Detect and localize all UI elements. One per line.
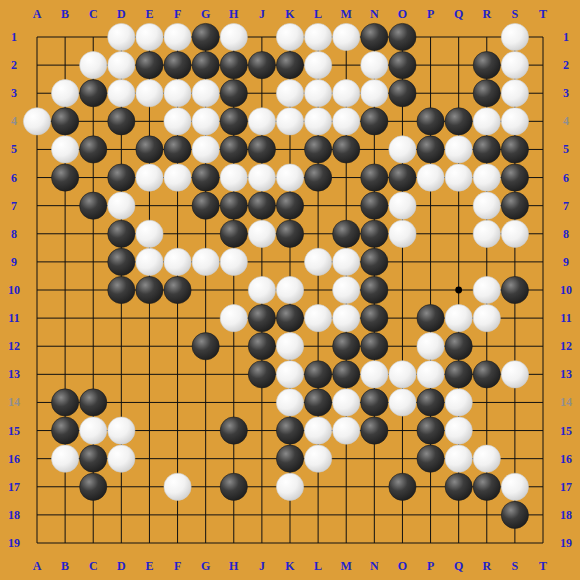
column-label-top: F	[174, 7, 181, 21]
column-label-top: M	[341, 7, 352, 21]
row-label-left: 10	[8, 283, 20, 297]
column-label-bottom: R	[482, 559, 491, 573]
column-label-bottom: K	[285, 559, 295, 573]
column-label-top: G	[201, 7, 210, 21]
column-label-top: E	[145, 7, 153, 21]
stone-white	[276, 361, 303, 388]
row-label-right: 16	[560, 452, 572, 466]
stone-black	[361, 248, 388, 275]
stone-black	[417, 108, 444, 135]
column-label-top: N	[370, 7, 379, 21]
row-label-right: 13	[560, 367, 572, 381]
row-label-right: 3	[563, 86, 569, 100]
stone-black	[220, 220, 247, 247]
row-label-right: 17	[560, 480, 572, 494]
stone-black	[389, 23, 416, 50]
column-label-bottom: Q	[454, 559, 463, 573]
stone-black	[220, 52, 247, 79]
stone-black	[248, 52, 275, 79]
stone-white	[501, 23, 528, 50]
stone-black	[473, 80, 500, 107]
stone-white	[108, 417, 135, 444]
stone-white	[417, 333, 444, 360]
column-label-bottom: C	[89, 559, 98, 573]
stone-black	[52, 389, 79, 416]
stone-black	[417, 305, 444, 332]
stone-white	[248, 164, 275, 191]
stone-black	[361, 220, 388, 247]
stone-black	[52, 164, 79, 191]
stone-white	[445, 389, 472, 416]
stone-white	[164, 80, 191, 107]
row-label-left: 11	[8, 311, 19, 325]
stone-black	[501, 192, 528, 219]
stone-white	[108, 192, 135, 219]
stone-white	[445, 305, 472, 332]
column-label-bottom: S	[512, 559, 519, 573]
column-label-bottom: T	[539, 559, 547, 573]
stone-black	[361, 417, 388, 444]
stone-black	[333, 333, 360, 360]
stone-white	[333, 305, 360, 332]
stone-white	[473, 108, 500, 135]
row-label-left: 8	[11, 227, 17, 241]
stone-black	[220, 192, 247, 219]
stone-black	[473, 473, 500, 500]
stone-black	[136, 276, 163, 303]
stone-black	[80, 445, 107, 472]
stone-black	[108, 220, 135, 247]
column-label-top: O	[398, 7, 407, 21]
stone-black	[136, 52, 163, 79]
stone-white	[220, 248, 247, 275]
column-label-bottom: N	[370, 559, 379, 573]
stone-black	[361, 23, 388, 50]
row-label-left: 4	[11, 114, 17, 128]
stone-white	[248, 108, 275, 135]
row-label-right: 5	[563, 142, 569, 156]
column-label-top: B	[61, 7, 69, 21]
go-board-surface[interactable]: AABBCCDDEEFFGGHHJJKKLLMMNNOOPPQQRRSSTT11…	[0, 0, 580, 580]
column-label-top: K	[285, 7, 295, 21]
stone-white	[192, 80, 219, 107]
row-label-left: 12	[8, 339, 20, 353]
stone-white	[276, 164, 303, 191]
stone-black	[220, 473, 247, 500]
stone-black	[108, 276, 135, 303]
stone-white	[305, 305, 332, 332]
stone-white	[276, 473, 303, 500]
stone-white	[417, 164, 444, 191]
stone-black	[192, 164, 219, 191]
stone-black	[501, 501, 528, 528]
column-label-bottom: J	[259, 559, 265, 573]
stone-white	[80, 417, 107, 444]
column-label-top: J	[259, 7, 265, 21]
stone-white	[80, 52, 107, 79]
stone-white	[473, 276, 500, 303]
stone-white	[501, 108, 528, 135]
row-label-left: 7	[11, 199, 17, 213]
stone-white	[276, 80, 303, 107]
stone-black	[501, 164, 528, 191]
stone-white	[333, 80, 360, 107]
stone-black	[80, 136, 107, 163]
stone-black	[192, 52, 219, 79]
row-label-right: 19	[560, 536, 572, 550]
stone-white	[333, 248, 360, 275]
stone-black	[361, 164, 388, 191]
star-point-marker	[455, 287, 462, 294]
stone-white	[164, 473, 191, 500]
stone-white	[501, 52, 528, 79]
stone-white	[361, 361, 388, 388]
stone-black	[501, 136, 528, 163]
stone-black	[501, 276, 528, 303]
stone-black	[276, 52, 303, 79]
stone-white	[136, 248, 163, 275]
column-label-bottom: G	[201, 559, 210, 573]
stone-white	[389, 361, 416, 388]
stone-white	[417, 361, 444, 388]
stone-white	[192, 136, 219, 163]
stone-white	[248, 276, 275, 303]
stone-black	[220, 417, 247, 444]
row-label-right: 15	[560, 424, 572, 438]
stone-black	[276, 445, 303, 472]
stone-white	[164, 23, 191, 50]
stone-black	[164, 52, 191, 79]
stone-white	[473, 305, 500, 332]
stone-white	[389, 192, 416, 219]
stone-black	[305, 389, 332, 416]
stone-black	[333, 220, 360, 247]
stone-white	[220, 305, 247, 332]
row-label-right: 1	[563, 30, 569, 44]
stone-white	[220, 164, 247, 191]
row-label-left: 2	[11, 58, 17, 72]
stone-black	[248, 136, 275, 163]
stone-white	[192, 248, 219, 275]
stone-white	[23, 108, 50, 135]
stone-black	[164, 276, 191, 303]
stone-black	[445, 361, 472, 388]
stone-white	[501, 220, 528, 247]
stone-black	[389, 473, 416, 500]
stone-black	[361, 192, 388, 219]
stone-white	[333, 389, 360, 416]
row-label-left: 18	[8, 508, 20, 522]
stone-white	[445, 164, 472, 191]
stone-white	[220, 23, 247, 50]
go-board[interactable]: AABBCCDDEEFFGGHHJJKKLLMMNNOOPPQQRRSSTT11…	[0, 0, 580, 580]
stone-white	[248, 220, 275, 247]
column-label-bottom: O	[398, 559, 407, 573]
stone-black	[108, 108, 135, 135]
column-label-top: S	[512, 7, 519, 21]
row-label-right: 10	[560, 283, 572, 297]
stone-white	[305, 417, 332, 444]
stone-white	[164, 164, 191, 191]
row-label-right: 2	[563, 58, 569, 72]
stone-white	[445, 445, 472, 472]
stone-black	[276, 417, 303, 444]
stone-black	[52, 108, 79, 135]
column-label-top: R	[482, 7, 491, 21]
stone-black	[220, 80, 247, 107]
row-label-right: 12	[560, 339, 572, 353]
column-label-top: Q	[454, 7, 463, 21]
stone-white	[445, 417, 472, 444]
row-label-right: 9	[563, 255, 569, 269]
row-label-left: 14	[8, 395, 20, 409]
column-label-top: D	[117, 7, 126, 21]
stone-white	[52, 80, 79, 107]
stone-black	[80, 389, 107, 416]
stone-white	[136, 220, 163, 247]
row-label-left: 15	[8, 424, 20, 438]
stone-white	[501, 80, 528, 107]
stone-white	[361, 80, 388, 107]
stone-white	[473, 164, 500, 191]
column-label-bottom: P	[427, 559, 434, 573]
stone-black	[248, 361, 275, 388]
stone-white	[305, 445, 332, 472]
stone-white	[473, 445, 500, 472]
stone-black	[417, 136, 444, 163]
stone-white	[445, 136, 472, 163]
stone-white	[276, 23, 303, 50]
stone-white	[389, 136, 416, 163]
stone-white	[108, 23, 135, 50]
stone-white	[108, 445, 135, 472]
stone-black	[445, 473, 472, 500]
stone-black	[164, 136, 191, 163]
stone-black	[80, 192, 107, 219]
stone-black	[389, 164, 416, 191]
stone-white	[276, 333, 303, 360]
row-label-left: 3	[11, 86, 17, 100]
column-label-top: L	[314, 7, 322, 21]
stone-black	[248, 333, 275, 360]
stone-black	[192, 192, 219, 219]
stone-white	[164, 108, 191, 135]
row-label-right: 8	[563, 227, 569, 241]
stone-white	[473, 192, 500, 219]
row-label-left: 16	[8, 452, 20, 466]
stone-white	[52, 136, 79, 163]
stone-white	[305, 108, 332, 135]
stone-black	[136, 136, 163, 163]
stone-black	[52, 417, 79, 444]
column-label-top: T	[539, 7, 547, 21]
stone-black	[473, 52, 500, 79]
row-label-left: 1	[11, 30, 17, 44]
stone-white	[389, 220, 416, 247]
stone-white	[389, 389, 416, 416]
stone-white	[164, 248, 191, 275]
row-label-left: 17	[8, 480, 20, 494]
stone-black	[305, 361, 332, 388]
stone-black	[276, 305, 303, 332]
stone-white	[305, 23, 332, 50]
stone-black	[333, 361, 360, 388]
row-label-right: 18	[560, 508, 572, 522]
stone-black	[389, 80, 416, 107]
stone-black	[333, 136, 360, 163]
row-label-left: 9	[11, 255, 17, 269]
stone-black	[473, 361, 500, 388]
stone-white	[52, 445, 79, 472]
stone-black	[361, 305, 388, 332]
row-label-right: 4	[563, 114, 569, 128]
stone-white	[192, 108, 219, 135]
stone-white	[473, 220, 500, 247]
stone-white	[361, 52, 388, 79]
row-label-right: 11	[560, 311, 571, 325]
stone-white	[136, 23, 163, 50]
stone-black	[108, 248, 135, 275]
stone-black	[305, 164, 332, 191]
column-label-top: H	[229, 7, 239, 21]
stone-white	[305, 248, 332, 275]
column-label-bottom: F	[174, 559, 181, 573]
column-label-bottom: B	[61, 559, 69, 573]
stone-black	[108, 164, 135, 191]
stone-white	[333, 23, 360, 50]
column-label-bottom: A	[33, 559, 42, 573]
stone-white	[501, 473, 528, 500]
row-label-left: 5	[11, 142, 17, 156]
column-label-bottom: L	[314, 559, 322, 573]
row-label-right: 7	[563, 199, 569, 213]
stone-black	[389, 52, 416, 79]
row-label-right: 14	[560, 395, 572, 409]
row-label-left: 13	[8, 367, 20, 381]
stone-white	[136, 164, 163, 191]
stone-white	[333, 108, 360, 135]
stone-black	[248, 192, 275, 219]
row-label-left: 19	[8, 536, 20, 550]
stone-black	[445, 108, 472, 135]
stone-black	[305, 136, 332, 163]
stone-black	[220, 136, 247, 163]
stone-black	[361, 276, 388, 303]
stone-black	[192, 333, 219, 360]
stone-black	[473, 136, 500, 163]
stone-black	[80, 80, 107, 107]
column-label-top: C	[89, 7, 98, 21]
stone-white	[305, 80, 332, 107]
column-label-bottom: H	[229, 559, 239, 573]
stone-black	[80, 473, 107, 500]
stone-white	[501, 361, 528, 388]
stone-black	[276, 220, 303, 247]
stone-black	[276, 192, 303, 219]
stone-white	[276, 108, 303, 135]
stone-black	[445, 333, 472, 360]
row-label-right: 6	[563, 171, 569, 185]
column-label-bottom: M	[341, 559, 352, 573]
stone-white	[136, 80, 163, 107]
stone-black	[248, 305, 275, 332]
stone-black	[417, 445, 444, 472]
column-label-top: A	[33, 7, 42, 21]
stone-white	[108, 52, 135, 79]
stone-black	[361, 333, 388, 360]
stone-white	[333, 417, 360, 444]
stone-black	[417, 389, 444, 416]
stone-black	[361, 108, 388, 135]
column-label-top: P	[427, 7, 434, 21]
stone-black	[361, 389, 388, 416]
stone-white	[305, 52, 332, 79]
row-label-left: 6	[11, 171, 17, 185]
stone-black	[192, 23, 219, 50]
stone-white	[276, 389, 303, 416]
stone-white	[108, 80, 135, 107]
stone-white	[276, 276, 303, 303]
column-label-bottom: E	[145, 559, 153, 573]
stone-black	[220, 108, 247, 135]
stone-black	[417, 417, 444, 444]
column-label-bottom: D	[117, 559, 126, 573]
stone-white	[333, 276, 360, 303]
